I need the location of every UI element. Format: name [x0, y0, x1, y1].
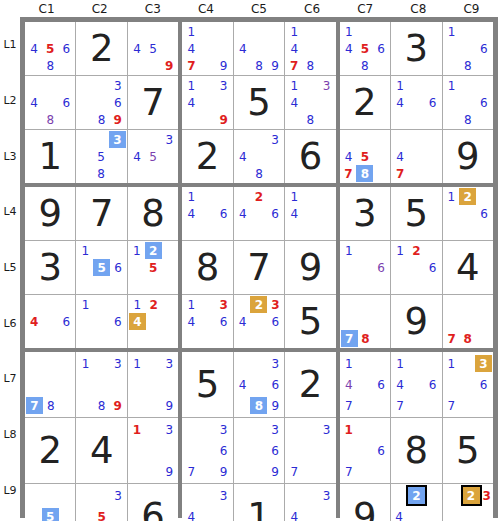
candidate-5[interactable]: 5 — [361, 43, 369, 55]
candidate-4[interactable]: 4 — [129, 313, 146, 330]
candidate-3[interactable]: 3 — [114, 490, 122, 502]
candidate-8[interactable]: 8 — [98, 114, 106, 126]
cell-L4C2[interactable]: 7 — [76, 187, 126, 240]
candidate-2[interactable]: 2 — [459, 188, 476, 205]
cell-L5C3[interactable]: 125 — [128, 241, 178, 294]
cell-L5C7[interactable]: 16 — [340, 241, 390, 294]
pos-7 — [235, 222, 251, 239]
candidate-6[interactable]: 6 — [429, 262, 437, 274]
cell-L1C6[interactable]: 1478 — [285, 22, 335, 75]
candidate-9[interactable]: 9 — [165, 400, 173, 412]
candidate-8[interactable]: 8 — [464, 60, 472, 72]
pos-5 — [460, 94, 476, 111]
cell-L3C2[interactable]: 358 — [76, 130, 126, 183]
cell-L5C1[interactable]: 3 — [25, 241, 75, 294]
row-label-L2: L2 — [0, 73, 20, 129]
candidate-4[interactable]: 4 — [188, 43, 196, 55]
pos-7 — [26, 111, 42, 128]
candidate-3[interactable]: 3 — [323, 424, 331, 436]
candidate-5[interactable]: 5 — [149, 151, 157, 163]
candidate-2[interactable]: 2 — [145, 242, 162, 259]
candidate-2[interactable]: 2 — [255, 191, 263, 203]
pos-6 — [318, 506, 334, 521]
candidate-1[interactable]: 1 — [81, 245, 89, 257]
candidate-6[interactable]: 6 — [377, 262, 385, 274]
pos-2 — [357, 353, 373, 374]
candidate-4[interactable]: 4 — [30, 316, 38, 328]
candidate-6[interactable]: 6 — [377, 445, 385, 457]
candidate-1[interactable]: 1 — [448, 358, 456, 370]
pos-7 — [235, 461, 251, 482]
cell-L3C9[interactable]: 9 — [443, 130, 493, 183]
pos-1 — [26, 296, 42, 313]
candidate-3[interactable]: 3 — [114, 358, 122, 370]
candidate-7[interactable]: 7 — [448, 400, 456, 412]
candidate-1[interactable]: 1 — [396, 358, 404, 370]
pos-2 — [93, 131, 109, 148]
pos-1 — [392, 131, 408, 148]
candidate-7[interactable]: 7 — [341, 330, 358, 347]
pos-3: 3 — [216, 419, 232, 440]
candidate-5[interactable]: 5 — [97, 151, 105, 163]
candidate-1[interactable]: 1 — [133, 358, 141, 370]
pos-1: 1 — [77, 353, 93, 374]
cell-L5C6[interactable]: 9 — [285, 241, 335, 294]
cell-L6C3[interactable]: 124 — [128, 295, 178, 348]
pos-3 — [58, 296, 74, 313]
candidate-7[interactable]: 7 — [396, 168, 404, 180]
candidate-9[interactable]: 9 — [220, 466, 228, 478]
candidate-4[interactable]: 4 — [188, 316, 196, 328]
cell-L2C6[interactable]: 1348 — [285, 76, 335, 129]
cell-L9C8[interactable]: 247 — [391, 484, 441, 521]
pos-6 — [318, 440, 334, 461]
candidate-9[interactable]: 9 — [114, 400, 122, 412]
cell-L8C5[interactable]: 369 — [234, 418, 284, 483]
pos-6 — [267, 148, 283, 165]
candidate-9[interactable]: 9 — [165, 466, 173, 478]
candidate-4[interactable]: 4 — [290, 511, 298, 521]
cell-L9C7[interactable]: 9 — [340, 484, 390, 521]
candidate-8[interactable]: 8 — [361, 60, 369, 72]
candidate-8[interactable]: 8 — [361, 333, 369, 345]
candidate-3[interactable]: 3 — [114, 80, 122, 92]
cell-L1C4[interactable]: 1479 — [182, 22, 232, 75]
cell-L2C2[interactable]: 3689 — [76, 76, 126, 129]
candidate-4[interactable]: 4 — [239, 316, 247, 328]
cell-L5C8[interactable]: 126 — [391, 241, 441, 294]
candidate-6[interactable]: 6 — [271, 445, 279, 457]
cell-L4C8[interactable]: 5 — [391, 187, 441, 240]
candidate-1[interactable]: 1 — [188, 26, 196, 38]
candidate-4[interactable]: 4 — [239, 151, 247, 163]
candidate-7[interactable]: 7 — [290, 466, 298, 478]
cell-L2C7[interactable]: 2 — [340, 76, 390, 129]
cell-L3C7[interactable]: 4578 — [340, 130, 390, 183]
col-label-C1: C1 — [20, 0, 73, 17]
pos-1: 1 — [444, 23, 460, 40]
candidate-1[interactable]: 1 — [345, 424, 353, 436]
row-label-L1: L1 — [0, 17, 20, 73]
cell-L6C2[interactable]: 16 — [76, 295, 126, 348]
candidate-3[interactable]: 3 — [220, 80, 228, 92]
pos-6 — [161, 148, 177, 165]
candidate-4[interactable]: 4 — [290, 208, 298, 220]
pos-4 — [129, 259, 145, 276]
cell-L1C9[interactable]: 168 — [443, 22, 493, 75]
cell-L5C4[interactable]: 8 — [182, 241, 232, 294]
pos-5 — [42, 313, 58, 330]
candidate-8[interactable]: 8 — [356, 165, 373, 182]
pos-5 — [43, 374, 59, 395]
cell-L8C6[interactable]: 37 — [285, 418, 335, 483]
candidate-3[interactable]: 3 — [165, 134, 173, 146]
candidate-1[interactable]: 1 — [188, 191, 196, 203]
cell-L6C5[interactable]: 2346 — [234, 295, 284, 348]
candidate-1[interactable]: 1 — [82, 299, 90, 311]
candidate-1[interactable]: 1 — [396, 80, 404, 92]
candidate-8[interactable]: 8 — [464, 114, 472, 126]
candidate-1[interactable]: 1 — [134, 299, 142, 311]
candidate-4[interactable]: 4 — [396, 97, 404, 109]
candidate-6[interactable]: 6 — [429, 97, 437, 109]
candidate-4[interactable]: 4 — [30, 97, 38, 109]
cell-L9C9[interactable]: 237 — [443, 484, 493, 521]
candidate-6[interactable]: 6 — [114, 316, 122, 328]
candidate-1[interactable]: 1 — [290, 26, 298, 38]
pos-2 — [408, 131, 424, 148]
cell-L3C3[interactable]: 345 — [128, 130, 178, 183]
pos-5: 5 — [42, 40, 58, 57]
candidate-6[interactable]: 6 — [272, 316, 280, 328]
candidate-5[interactable]: 5 — [93, 259, 110, 276]
candidate-6[interactable]: 6 — [271, 208, 279, 220]
cell-L3C6[interactable]: 6 — [285, 130, 335, 183]
candidate-3[interactable]: 3 — [271, 424, 279, 436]
cell-L1C2[interactable]: 2 — [76, 22, 126, 75]
pos-6 — [110, 374, 126, 395]
cell-L7C2[interactable]: 1389 — [76, 352, 126, 417]
candidate-9[interactable]: 9 — [114, 114, 122, 126]
candidate-3[interactable]: 3 — [220, 424, 228, 436]
candidate-5[interactable]: 5 — [361, 151, 369, 163]
cell-L6C1[interactable]: 46 — [25, 295, 75, 348]
candidate-3[interactable]: 3 — [323, 490, 331, 502]
digit-9: 9 — [405, 300, 429, 343]
pos-4: 4 — [26, 40, 42, 57]
candidate-9[interactable]: 9 — [220, 114, 228, 126]
cell-L2C9[interactable]: 168 — [443, 76, 493, 129]
cell-L7C8[interactable]: 1467 — [391, 352, 441, 417]
candidate-6[interactable]: 6 — [63, 43, 71, 55]
cell-L7C6[interactable]: 2 — [285, 352, 335, 417]
cell-L8C8[interactable]: 8 — [391, 418, 441, 483]
candidate-8[interactable]: 8 — [464, 333, 472, 345]
candidate-4[interactable]: 4 — [133, 43, 141, 55]
candidate-6[interactable]: 6 — [272, 379, 280, 391]
candidate-7[interactable]: 7 — [396, 400, 404, 412]
pos-1: 1 — [444, 77, 460, 94]
pos-4: 4 — [286, 205, 302, 222]
candidate-3[interactable]: 3 — [272, 358, 280, 370]
candidate-6[interactable]: 6 — [220, 208, 228, 220]
pos-3 — [58, 77, 74, 94]
candidate-6[interactable]: 6 — [480, 379, 488, 391]
candidate-4[interactable]: 4 — [345, 151, 353, 163]
pos-6: 6 — [216, 440, 232, 461]
cell-L2C8[interactable]: 146 — [391, 76, 441, 129]
pos-3 — [373, 131, 389, 148]
candidate-8[interactable]: 8 — [47, 400, 55, 412]
candidate-7[interactable]: 7 — [187, 60, 195, 72]
cell-L6C8[interactable]: 9 — [391, 295, 441, 348]
candidate-8[interactable]: 8 — [255, 168, 263, 180]
cell-L3C8[interactable]: 47 — [391, 130, 441, 183]
candidate-3[interactable]: 3 — [271, 134, 279, 146]
candidate-9[interactable]: 9 — [271, 60, 279, 72]
pos-5 — [408, 259, 424, 276]
candidate-4[interactable]: 4 — [188, 97, 196, 109]
candidate-6[interactable]: 6 — [480, 208, 488, 220]
pos-2 — [250, 353, 267, 374]
cell-L8C9[interactable]: 5 — [443, 418, 493, 483]
cell-L5C9[interactable]: 4 — [443, 241, 493, 294]
cell-L8C2[interactable]: 4 — [76, 418, 126, 483]
cell-L7C1[interactable]: 78 — [25, 352, 75, 417]
cell-L3C1[interactable]: 1 — [25, 130, 75, 183]
candidate-6[interactable]: 6 — [429, 379, 437, 391]
pos-8 — [145, 395, 161, 416]
candidate-3[interactable]: 3 — [109, 131, 126, 148]
candidate-7[interactable]: 7 — [345, 400, 353, 412]
candidate-8[interactable]: 8 — [97, 168, 105, 180]
cell-L2C1[interactable]: 468 — [25, 76, 75, 129]
candidate-4[interactable]: 4 — [345, 379, 353, 391]
pos-6 — [318, 205, 334, 222]
pos-4: 4 — [129, 40, 145, 57]
candidate-5[interactable]: 5 — [97, 511, 105, 521]
cell-L3C4[interactable]: 2 — [182, 130, 232, 183]
candidate-2[interactable]: 2 — [250, 296, 267, 313]
candidate-4[interactable]: 4 — [396, 379, 404, 391]
pos-5: 5 — [145, 40, 161, 57]
candidate-1[interactable]: 1 — [290, 191, 298, 203]
candidate-8[interactable]: 8 — [98, 400, 106, 412]
candidate-6[interactable]: 6 — [377, 379, 385, 391]
cell-L1C1[interactable]: 4568 — [25, 22, 75, 75]
cell-L9C3[interactable]: 6 — [128, 484, 178, 521]
candidate-1[interactable]: 1 — [448, 26, 456, 38]
cell-L8C7[interactable]: 167 — [340, 418, 390, 483]
candidate-7[interactable]: 7 — [26, 397, 43, 414]
cell-L2C5[interactable]: 5 — [234, 76, 284, 129]
pos-3 — [373, 242, 389, 259]
candidate-4[interactable]: 4 — [290, 97, 298, 109]
cell-L5C5[interactable]: 7 — [234, 241, 284, 294]
candidate-8[interactable]: 8 — [255, 60, 263, 72]
cell-L7C4[interactable]: 5 — [182, 352, 232, 417]
candidate-7[interactable]: 7 — [344, 168, 352, 180]
cell-L6C4[interactable]: 1346 — [182, 295, 232, 348]
candidate-8[interactable]: 8 — [307, 60, 315, 72]
candidate-1[interactable]: 1 — [345, 358, 353, 370]
cell-L6C7[interactable]: 78 — [340, 295, 390, 348]
cell-L9C2[interactable]: 358 — [76, 484, 126, 521]
cell-L6C6[interactable]: 5 — [285, 295, 335, 348]
pos-7 — [129, 395, 145, 416]
cell-L9C5[interactable]: 1 — [234, 484, 284, 521]
candidate-2[interactable]: 2 — [150, 299, 158, 311]
candidate-4[interactable]: 4 — [30, 43, 38, 55]
candidate-7[interactable]: 7 — [447, 333, 455, 345]
row-label-L9: L9 — [0, 462, 20, 518]
cell-L9C4[interactable]: 347 — [182, 484, 232, 521]
candidate-3[interactable]: 3 — [165, 358, 173, 370]
candidate-2[interactable]: 2 — [406, 485, 427, 506]
candidate-6[interactable]: 6 — [480, 97, 488, 109]
candidate-9[interactable]: 9 — [220, 60, 228, 72]
cell-L6C9[interactable]: 78 — [443, 295, 493, 348]
cell-L8C4[interactable]: 3679 — [182, 418, 232, 483]
candidate-4[interactable]: 4 — [188, 511, 196, 521]
pos-8 — [459, 395, 475, 416]
candidate-5[interactable]: 5 — [42, 508, 59, 521]
candidate-1[interactable]: 1 — [188, 299, 196, 311]
candidate-6[interactable]: 6 — [220, 445, 228, 457]
candidate-3[interactable]: 3 — [220, 299, 228, 311]
candidate-4[interactable]: 4 — [188, 208, 196, 220]
candidate-4[interactable]: 4 — [239, 379, 247, 391]
cell-L7C3[interactable]: 139 — [128, 352, 178, 417]
box-3: 14568316821461684578479 — [340, 22, 493, 183]
pos-9 — [373, 395, 389, 416]
candidate-3[interactable]: 3 — [220, 490, 228, 502]
candidate-2[interactable]: 2 — [461, 485, 482, 506]
candidate-1[interactable]: 1 — [345, 245, 353, 257]
cell-L2C4[interactable]: 1349 — [182, 76, 232, 129]
candidate-4[interactable]: 4 — [396, 151, 404, 163]
cell-L4C5[interactable]: 246 — [234, 187, 284, 240]
candidate-3[interactable]: 3 — [323, 80, 331, 92]
cell-L1C7[interactable]: 14568 — [340, 22, 390, 75]
candidate-4[interactable]: 4 — [239, 208, 247, 220]
candidate-4[interactable]: 4 — [290, 43, 298, 55]
candidate-8[interactable]: 8 — [46, 114, 54, 126]
cell-L7C9[interactable]: 1367 — [443, 352, 493, 417]
cell-L4C4[interactable]: 146 — [182, 187, 232, 240]
candidate-9[interactable]: 9 — [271, 466, 279, 478]
pos-7 — [77, 165, 93, 182]
pos-4 — [341, 313, 358, 330]
candidate-5[interactable]: 5 — [149, 43, 157, 55]
pos-7: 7 — [341, 330, 358, 347]
candidate-6[interactable]: 6 — [220, 316, 228, 328]
candidate-1[interactable]: 1 — [448, 191, 456, 203]
cell-L5C2[interactable]: 156 — [76, 241, 126, 294]
candidate-9[interactable]: 9 — [272, 400, 280, 412]
candidate-4[interactable]: 4 — [345, 43, 353, 55]
candidate-4[interactable]: 4 — [395, 511, 403, 521]
pos-2 — [94, 296, 110, 313]
candidate-6[interactable]: 6 — [114, 262, 122, 274]
pos-7 — [129, 57, 145, 74]
candidate-9[interactable]: 9 — [165, 60, 173, 72]
candidate-2[interactable]: 2 — [412, 245, 420, 257]
cell-L1C3[interactable]: 459 — [128, 22, 178, 75]
candidate-1[interactable]: 1 — [396, 245, 404, 257]
candidate-3[interactable]: 3 — [271, 299, 279, 311]
cell-L4C9[interactable]: 126 — [443, 187, 493, 240]
digit-7: 7 — [247, 246, 271, 289]
candidate-7[interactable]: 7 — [188, 466, 196, 478]
cell-L2C3[interactable]: 7 — [128, 76, 178, 129]
candidate-8[interactable]: 8 — [46, 60, 54, 72]
cell-L7C5[interactable]: 34689 — [234, 352, 284, 417]
candidate-6[interactable]: 6 — [480, 43, 488, 55]
cell-L4C1[interactable]: 9 — [25, 187, 75, 240]
candidate-1[interactable]: 1 — [290, 80, 298, 92]
cell-L4C3[interactable]: 8 — [128, 187, 178, 240]
pos-8: 8 — [302, 57, 318, 74]
cell-L8C1[interactable]: 2 — [25, 418, 75, 483]
pos-5 — [94, 313, 110, 330]
cell-L4C6[interactable]: 14 — [285, 187, 335, 240]
candidate-3[interactable]: 3 — [165, 424, 173, 436]
box-6: 3512616126478978 — [340, 187, 493, 348]
candidate-6[interactable]: 6 — [114, 97, 122, 109]
candidate-1[interactable]: 1 — [448, 80, 456, 92]
pos-4 — [444, 40, 460, 57]
cell-L9C1[interactable]: 578 — [25, 484, 75, 521]
pos-3 — [110, 242, 126, 259]
candidate-1[interactable]: 1 — [188, 80, 196, 92]
candidate-1[interactable]: 1 — [345, 26, 353, 38]
pos-8: 8 — [251, 57, 267, 74]
pos-5 — [251, 40, 267, 57]
pos-4: 4 — [183, 40, 199, 57]
digit-1: 1 — [38, 135, 62, 178]
cell-L1C5[interactable]: 489 — [234, 22, 284, 75]
candidate-5[interactable]: 5 — [46, 43, 54, 55]
candidate-6[interactable]: 6 — [63, 316, 71, 328]
pos-8 — [408, 111, 424, 128]
candidate-3[interactable]: 3 — [475, 355, 492, 372]
cell-L7C7[interactable]: 1467 — [340, 352, 390, 417]
pos-4: 4 — [392, 148, 408, 165]
pos-4: 4 — [183, 506, 199, 521]
cell-L1C8[interactable]: 3 — [391, 22, 441, 75]
candidate-6[interactable]: 6 — [63, 97, 71, 109]
candidate-3[interactable]: 3 — [483, 490, 491, 502]
candidate-8[interactable]: 8 — [307, 114, 315, 126]
cell-L8C3[interactable]: 139 — [128, 418, 178, 483]
candidate-1[interactable]: 1 — [133, 424, 141, 436]
candidate-4[interactable]: 4 — [239, 43, 247, 55]
candidate-8[interactable]: 8 — [250, 397, 267, 414]
pos-9 — [476, 222, 492, 239]
pos-7 — [341, 57, 357, 74]
cell-L4C7[interactable]: 3 — [340, 187, 390, 240]
cell-L9C6[interactable]: 3478 — [285, 484, 335, 521]
candidate-7[interactable]: 7 — [345, 466, 353, 478]
candidate-6[interactable]: 6 — [377, 43, 385, 55]
candidate-1[interactable]: 1 — [82, 358, 90, 370]
cell-L3C5[interactable]: 348 — [234, 130, 284, 183]
candidate-7[interactable]: 7 — [290, 60, 298, 72]
candidate-1[interactable]: 1 — [133, 245, 141, 257]
candidate-4[interactable]: 4 — [133, 151, 141, 163]
candidate-5[interactable]: 5 — [149, 262, 157, 274]
